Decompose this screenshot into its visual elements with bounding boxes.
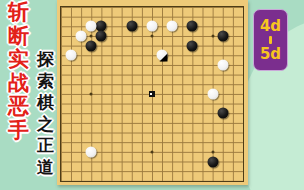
board-grid bbox=[60, 6, 244, 182]
black-stone bbox=[207, 156, 218, 167]
last-move-triangle-marker bbox=[160, 54, 168, 62]
tengen-square-marker bbox=[149, 91, 155, 97]
banner-dark-char: 正 bbox=[37, 135, 54, 157]
rank-bottom-label: 5d bbox=[260, 46, 281, 62]
banner-red-char: 战 bbox=[8, 72, 29, 96]
black-stone bbox=[217, 108, 228, 119]
black-stone bbox=[86, 40, 97, 51]
white-stone bbox=[66, 50, 77, 61]
black-stone bbox=[96, 31, 107, 42]
black-stone bbox=[126, 21, 137, 32]
white-stone bbox=[86, 147, 97, 158]
left-banner-dark: 探索棋之正道 bbox=[33, 49, 58, 179]
banner-red-char: 断 bbox=[8, 25, 29, 49]
white-stone bbox=[167, 21, 178, 32]
banner-dark-char: 道 bbox=[37, 157, 54, 179]
banner-red-char: 恶 bbox=[8, 95, 29, 119]
star-point bbox=[90, 93, 93, 96]
star-point bbox=[90, 35, 93, 38]
left-banner-red: 斩断实战恶手 bbox=[2, 1, 35, 143]
white-stone bbox=[86, 21, 97, 32]
black-stone bbox=[187, 21, 198, 32]
star-point bbox=[151, 151, 154, 154]
video-thumbnail[interactable]: 斩断实战恶手 探索棋之正道 4d 5d bbox=[0, 0, 304, 190]
white-stone bbox=[147, 21, 158, 32]
black-stone bbox=[187, 40, 198, 51]
go-board bbox=[57, 0, 248, 185]
star-point bbox=[211, 35, 214, 38]
banner-dark-char: 之 bbox=[37, 114, 54, 136]
white-stone bbox=[76, 31, 87, 42]
banner-dark-char: 索 bbox=[37, 71, 54, 93]
white-stone bbox=[217, 60, 228, 71]
banner-dark-char: 探 bbox=[37, 49, 54, 71]
banner-red-char: 实 bbox=[8, 48, 29, 72]
rank-badge: 4d 5d bbox=[253, 9, 288, 71]
black-stone bbox=[217, 31, 228, 42]
rank-divider bbox=[269, 36, 272, 44]
star-point bbox=[211, 151, 214, 154]
banner-red-char: 手 bbox=[8, 119, 29, 143]
white-stone bbox=[157, 50, 168, 61]
banner-red-char: 斩 bbox=[8, 1, 29, 25]
rank-top-label: 4d bbox=[260, 18, 281, 34]
white-stone bbox=[207, 89, 218, 100]
banner-dark-char: 棋 bbox=[37, 92, 54, 114]
star-point bbox=[151, 35, 154, 38]
